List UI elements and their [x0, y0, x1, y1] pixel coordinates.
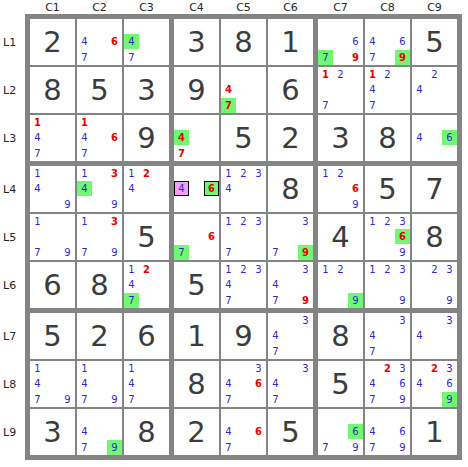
candidate-9: 9: [348, 50, 363, 65]
candidate-4: 4: [174, 130, 189, 145]
candidate-9: 9: [60, 245, 75, 260]
cell-value: 8: [187, 370, 205, 399]
candidate-7: 7: [77, 50, 92, 65]
pencil-marks: 1234: [221, 166, 266, 212]
candidate-7: 7: [318, 440, 333, 455]
row-label-L7: L7: [0, 313, 25, 359]
cell-L1C2[interactable]: 467: [77, 19, 122, 65]
candidate-9: 9: [107, 197, 122, 212]
candidate-7: 7: [124, 392, 139, 407]
cell-L3C3[interactable]: 9: [124, 115, 169, 161]
candidate-3: 3: [442, 262, 457, 277]
candidate-3: 3: [298, 262, 313, 277]
candidate-1: 1: [77, 361, 92, 376]
cell-value: 5: [378, 175, 396, 204]
cell-L3C5[interactable]: 5: [221, 115, 266, 161]
cell-value: 7: [425, 175, 443, 204]
candidate-3: 3: [298, 313, 313, 328]
cell-L7C9[interactable]: 34: [412, 313, 457, 359]
candidate-6: 6: [348, 424, 363, 439]
pencil-marks: 147: [30, 115, 75, 161]
cell-L1C1[interactable]: 2: [30, 19, 75, 65]
candidate-4: 4: [124, 376, 139, 391]
candidate-3: 3: [442, 361, 457, 376]
cell-L4C4[interactable]: 46: [174, 166, 219, 212]
cell-value: 5: [331, 370, 349, 399]
candidate-7: 7: [221, 392, 236, 407]
candidate-6: 6: [251, 376, 266, 391]
candidate-7: 7: [268, 392, 283, 407]
candidate-7: 7: [174, 245, 189, 260]
cell-L4C6[interactable]: 8: [268, 166, 313, 212]
cell-value: 5: [281, 418, 299, 447]
cell-L9C1[interactable]: 3: [30, 409, 75, 455]
cell-L7C5[interactable]: 9: [221, 313, 266, 359]
cell-value: 3: [137, 76, 155, 105]
cell-L1C7[interactable]: 679: [318, 19, 363, 65]
cell-L2C4[interactable]: 9: [174, 67, 219, 113]
candidate-9: 9: [298, 245, 313, 260]
cell-L2C5[interactable]: 47: [221, 67, 266, 113]
candidate-7: 7: [30, 392, 45, 407]
candidate-9: 9: [348, 197, 363, 212]
cell-L9C4[interactable]: 2: [174, 409, 219, 455]
row-label-L1: L1: [0, 19, 25, 65]
candidate-1: 1: [30, 361, 45, 376]
candidate-4: 4: [412, 130, 427, 145]
candidate-3: 3: [395, 214, 410, 229]
candidate-4: 4: [77, 130, 92, 145]
candidate-4: 4: [77, 376, 92, 391]
row-labels: L1L2L3L4L5L6L7L8L9: [0, 19, 25, 455]
candidate-9: 9: [107, 245, 122, 260]
pencil-marks: 46: [174, 166, 219, 212]
cell-L3C4[interactable]: 47: [174, 115, 219, 161]
pencil-marks: 46: [412, 115, 457, 161]
candidate-9: 9: [107, 440, 122, 455]
candidate-1: 1: [30, 166, 45, 181]
cell-L9C2[interactable]: 479: [77, 409, 122, 455]
candidate-2: 2: [333, 67, 348, 82]
cell-L1C5[interactable]: 8: [221, 19, 266, 65]
candidate-3: 3: [107, 166, 122, 181]
candidate-4: 4: [221, 424, 236, 439]
cell-L2C6[interactable]: 6: [268, 67, 313, 113]
cell-L2C8[interactable]: 1247: [365, 67, 410, 113]
candidate-7: 7: [268, 344, 283, 359]
cell-value: 6: [43, 271, 61, 300]
candidate-4: 4: [268, 277, 283, 292]
candidate-6: 6: [204, 181, 219, 196]
candidate-9: 9: [395, 293, 410, 308]
cell-L2C9[interactable]: 24: [412, 67, 457, 113]
candidate-1: 1: [221, 262, 236, 277]
cell-value: 6: [281, 76, 299, 105]
candidate-1: 1: [124, 262, 139, 277]
candidate-6: 6: [251, 424, 266, 439]
candidate-2: 2: [139, 166, 154, 181]
pencil-marks: 1269: [318, 166, 363, 212]
cell-L5C6[interactable]: 379: [268, 214, 313, 260]
candidate-2: 2: [333, 262, 348, 277]
row-label-L6: L6: [0, 262, 25, 308]
candidate-9: 9: [298, 293, 313, 308]
cell-L1C4[interactable]: 3: [174, 19, 219, 65]
candidate-7: 7: [124, 50, 139, 65]
column-label-C5: C5: [221, 0, 266, 14]
column-label-C6: C6: [268, 0, 313, 14]
candidate-4: 4: [221, 82, 236, 97]
cell-L8C7[interactable]: 5: [318, 361, 363, 407]
candidate-1: 1: [318, 166, 333, 181]
pencil-marks: 147: [124, 361, 169, 407]
cell-L1C9[interactable]: 5: [412, 19, 457, 65]
candidate-7: 7: [77, 392, 92, 407]
candidate-2: 2: [333, 166, 348, 181]
row-label-L3: L3: [0, 115, 25, 161]
candidate-2: 2: [427, 262, 442, 277]
candidate-7: 7: [318, 50, 333, 65]
candidate-4: 4: [30, 376, 45, 391]
cell-L5C8[interactable]: 12369: [365, 214, 410, 260]
column-labels: C1C2C3C4C5C6C7C8C9: [30, 0, 457, 14]
cell-L3C7[interactable]: 3: [318, 115, 363, 161]
candidate-7: 7: [318, 98, 333, 113]
cell-value: 8: [378, 124, 396, 153]
pencil-marks: 347: [365, 313, 410, 359]
cell-value: 3: [43, 418, 61, 447]
cell-value: 9: [137, 124, 155, 153]
pencil-marks: 47: [221, 67, 266, 113]
pencil-marks: 3479: [268, 262, 313, 308]
pencil-marks: 47: [174, 115, 219, 161]
candidate-4: 4: [412, 82, 427, 97]
cell-L6C8[interactable]: 1239: [365, 262, 410, 308]
candidate-4: 4: [365, 376, 380, 391]
cell-L5C7[interactable]: 4: [318, 214, 363, 260]
cell-L5C3[interactable]: 5: [124, 214, 169, 260]
cell-value: 4: [331, 223, 349, 252]
cell-L3C9[interactable]: 46: [412, 115, 457, 161]
cell-L6C7[interactable]: 129: [318, 262, 363, 308]
row-label-L2: L2: [0, 67, 25, 113]
pencil-marks: 3467: [221, 361, 266, 407]
pencil-marks: 23469: [412, 361, 457, 407]
candidate-2: 2: [380, 361, 395, 376]
pencil-marks: 234679: [365, 361, 410, 407]
pencil-marks: 1349: [77, 166, 122, 212]
candidate-4: 4: [30, 130, 45, 145]
candidate-2: 2: [427, 67, 442, 82]
pencil-marks: 129: [318, 262, 363, 308]
cell-L6C1[interactable]: 6: [30, 262, 75, 308]
candidate-4: 4: [221, 277, 236, 292]
candidate-9: 9: [348, 293, 363, 308]
candidate-6: 6: [348, 181, 363, 196]
cell-L3C2[interactable]: 1467: [77, 115, 122, 161]
cell-L8C6[interactable]: 347: [268, 361, 313, 407]
candidate-4: 4: [268, 328, 283, 343]
cell-value: 2: [43, 28, 61, 57]
candidate-6: 6: [107, 34, 122, 49]
cell-L3C8[interactable]: 8: [365, 115, 410, 161]
candidate-4: 4: [124, 277, 139, 292]
candidate-4: 4: [124, 181, 139, 196]
pencil-marks: 1239: [365, 262, 410, 308]
cell-L9C9[interactable]: 1: [412, 409, 457, 455]
cell-L6C9[interactable]: 239: [412, 262, 457, 308]
cell-value: 6: [137, 322, 155, 351]
pencil-marks: 67: [174, 214, 219, 260]
candidate-6: 6: [442, 376, 457, 391]
candidate-1: 1: [30, 115, 45, 130]
candidate-6: 6: [348, 34, 363, 49]
candidate-4: 4: [365, 82, 380, 97]
candidate-2: 2: [380, 214, 395, 229]
candidate-9: 9: [348, 440, 363, 455]
cell-L6C2[interactable]: 8: [77, 262, 122, 308]
cell-L7C2[interactable]: 2: [77, 313, 122, 359]
candidate-4: 4: [77, 424, 92, 439]
candidate-7: 7: [221, 440, 236, 455]
candidate-1: 1: [365, 214, 380, 229]
pencil-marks: 347: [268, 313, 313, 359]
cell-L5C9[interactable]: 8: [412, 214, 457, 260]
cell-value: 5: [187, 271, 205, 300]
column-label-C9: C9: [412, 0, 457, 14]
cell-value: 5: [43, 322, 61, 351]
cell-L8C2[interactable]: 1479: [77, 361, 122, 407]
candidate-1: 1: [318, 262, 333, 277]
candidate-3: 3: [442, 313, 457, 328]
candidate-4: 4: [77, 181, 92, 196]
cell-value: 5: [137, 223, 155, 252]
candidate-9: 9: [395, 440, 410, 455]
pencil-marks: 1237: [221, 214, 266, 260]
candidate-3: 3: [251, 262, 266, 277]
cell-value: 2: [187, 418, 205, 447]
candidate-1: 1: [77, 166, 92, 181]
candidate-1: 1: [124, 361, 139, 376]
cell-value: 1: [187, 322, 205, 351]
cell-L2C2[interactable]: 5: [77, 67, 122, 113]
cell-value: 8: [281, 175, 299, 204]
candidate-7: 7: [365, 98, 380, 113]
pencil-marks: 149: [30, 166, 75, 212]
candidate-7: 7: [77, 245, 92, 260]
candidate-7: 7: [365, 392, 380, 407]
pencil-marks: 12347: [221, 262, 266, 308]
cell-L5C5[interactable]: 1237: [221, 214, 266, 260]
candidate-4: 4: [268, 376, 283, 391]
cell-L7C4[interactable]: 1: [174, 313, 219, 359]
pencil-marks: 1467: [77, 115, 122, 161]
cell-value: 8: [137, 418, 155, 447]
pencil-marks: 47: [124, 19, 169, 65]
candidate-7: 7: [268, 245, 283, 260]
pencil-marks: 34: [412, 313, 457, 359]
candidate-7: 7: [221, 245, 236, 260]
cell-value: 8: [234, 28, 252, 57]
cell-L7C8[interactable]: 347: [365, 313, 410, 359]
candidate-9: 9: [442, 392, 457, 407]
pencil-marks: 4679: [365, 19, 410, 65]
pencil-marks: 679: [318, 19, 363, 65]
pencil-marks: 379: [268, 214, 313, 260]
cell-L5C4[interactable]: 67: [174, 214, 219, 260]
candidate-4: 4: [174, 181, 189, 196]
cell-value: 5: [234, 124, 252, 153]
cell-L8C5[interactable]: 3467: [221, 361, 266, 407]
cell-value: 3: [331, 124, 349, 153]
page: C1C2C3C4C5C6C7C8C9 L1L2L3L4L5L6L7L8L9 24…: [0, 0, 468, 467]
cell-L6C5[interactable]: 12347: [221, 262, 266, 308]
cell-L9C7[interactable]: 679: [318, 409, 363, 455]
candidate-7: 7: [221, 98, 236, 113]
pencil-marks: 467: [77, 19, 122, 65]
candidate-4: 4: [365, 328, 380, 343]
candidate-1: 1: [365, 67, 380, 82]
candidate-1: 1: [30, 214, 45, 229]
pencil-marks: 679: [318, 409, 363, 455]
candidate-2: 2: [236, 166, 251, 181]
cell-L1C6[interactable]: 1: [268, 19, 313, 65]
cell-L8C4[interactable]: 8: [174, 361, 219, 407]
candidate-4: 4: [221, 376, 236, 391]
cell-L6C6[interactable]: 3479: [268, 262, 313, 308]
candidate-9: 9: [60, 197, 75, 212]
sudoku-board: 2467473816794679585394761271247241471467…: [25, 14, 462, 460]
column-label-C3: C3: [124, 0, 169, 14]
candidate-1: 1: [221, 166, 236, 181]
column-label-C7: C7: [318, 0, 363, 14]
cell-L4C1[interactable]: 149: [30, 166, 75, 212]
row-label-L8: L8: [0, 361, 25, 407]
cell-value: 8: [90, 271, 108, 300]
candidate-6: 6: [442, 130, 457, 145]
candidate-4: 4: [77, 34, 92, 49]
cell-L1C8[interactable]: 4679: [365, 19, 410, 65]
cell-value: 9: [187, 76, 205, 105]
row-label-L4: L4: [0, 166, 25, 212]
cell-L2C1[interactable]: 8: [30, 67, 75, 113]
candidate-3: 3: [251, 166, 266, 181]
cell-L9C5[interactable]: 467: [221, 409, 266, 455]
candidate-3: 3: [298, 361, 313, 376]
candidate-1: 1: [77, 214, 92, 229]
candidate-2: 2: [380, 67, 395, 82]
cell-L2C7[interactable]: 127: [318, 67, 363, 113]
cell-L9C3[interactable]: 8: [124, 409, 169, 455]
pencil-marks: 479: [77, 409, 122, 455]
cell-L7C3[interactable]: 6: [124, 313, 169, 359]
pencil-marks: 179: [30, 214, 75, 260]
cell-L5C1[interactable]: 179: [30, 214, 75, 260]
candidate-6: 6: [395, 34, 410, 49]
cell-L7C7[interactable]: 8: [318, 313, 363, 359]
cell-value: 2: [281, 124, 299, 153]
candidate-3: 3: [395, 262, 410, 277]
pencil-marks: 1479: [30, 361, 75, 407]
cell-L5C2[interactable]: 1379: [77, 214, 122, 260]
cell-L8C8[interactable]: 234679: [365, 361, 410, 407]
candidate-3: 3: [251, 214, 266, 229]
candidate-4: 4: [412, 376, 427, 391]
cell-L6C3[interactable]: 1247: [124, 262, 169, 308]
cell-L8C1[interactable]: 1479: [30, 361, 75, 407]
candidate-4: 4: [30, 181, 45, 196]
cell-L9C8[interactable]: 4679: [365, 409, 410, 455]
candidate-4: 4: [221, 181, 236, 196]
candidate-3: 3: [395, 313, 410, 328]
cell-L8C3[interactable]: 147: [124, 361, 169, 407]
cell-value: 1: [281, 28, 299, 57]
cell-L6C4[interactable]: 5: [174, 262, 219, 308]
candidate-9: 9: [395, 392, 410, 407]
candidate-2: 2: [427, 361, 442, 376]
pencil-marks: 1247: [124, 262, 169, 308]
candidate-1: 1: [318, 67, 333, 82]
candidate-9: 9: [442, 293, 457, 308]
cell-L4C5[interactable]: 1234: [221, 166, 266, 212]
cell-L4C9[interactable]: 7: [412, 166, 457, 212]
candidate-4: 4: [365, 424, 380, 439]
cell-value: 8: [331, 322, 349, 351]
candidate-7: 7: [221, 293, 236, 308]
cell-L2C3[interactable]: 3: [124, 67, 169, 113]
candidate-7: 7: [124, 293, 139, 308]
cell-L4C3[interactable]: 124: [124, 166, 169, 212]
cell-value: 5: [425, 28, 443, 57]
cell-L9C6[interactable]: 5: [268, 409, 313, 455]
cell-L4C7[interactable]: 1269: [318, 166, 363, 212]
column-label-C4: C4: [174, 0, 219, 14]
cell-L1C3[interactable]: 47: [124, 19, 169, 65]
pencil-marks: 24: [412, 67, 457, 113]
candidate-7: 7: [365, 440, 380, 455]
candidate-6: 6: [395, 229, 410, 244]
pencil-marks: 4679: [365, 409, 410, 455]
cell-value: 5: [90, 76, 108, 105]
pencil-marks: 1247: [365, 67, 410, 113]
pencil-marks: 127: [318, 67, 363, 113]
row-label-L5: L5: [0, 214, 25, 260]
cell-L4C8[interactable]: 5: [365, 166, 410, 212]
cell-value: 9: [234, 322, 252, 351]
cell-L3C1[interactable]: 147: [30, 115, 75, 161]
candidate-2: 2: [380, 262, 395, 277]
candidate-7: 7: [268, 293, 283, 308]
pencil-marks: 1479: [77, 361, 122, 407]
candidate-7: 7: [30, 146, 45, 161]
candidate-7: 7: [77, 146, 92, 161]
cell-L4C2[interactable]: 1349: [77, 166, 122, 212]
cell-L3C6[interactable]: 2: [268, 115, 313, 161]
candidate-4: 4: [365, 34, 380, 49]
cell-L8C9[interactable]: 23469: [412, 361, 457, 407]
candidate-3: 3: [251, 361, 266, 376]
candidate-7: 7: [365, 344, 380, 359]
cell-L7C6[interactable]: 347: [268, 313, 313, 359]
cell-L7C1[interactable]: 5: [30, 313, 75, 359]
column-label-C1: C1: [30, 0, 75, 14]
candidate-4: 4: [124, 34, 139, 49]
pencil-marks: 467: [221, 409, 266, 455]
pencil-marks: 12369: [365, 214, 410, 260]
cell-value: 8: [43, 76, 61, 105]
candidate-7: 7: [174, 146, 189, 161]
row-label-L9: L9: [0, 409, 25, 455]
